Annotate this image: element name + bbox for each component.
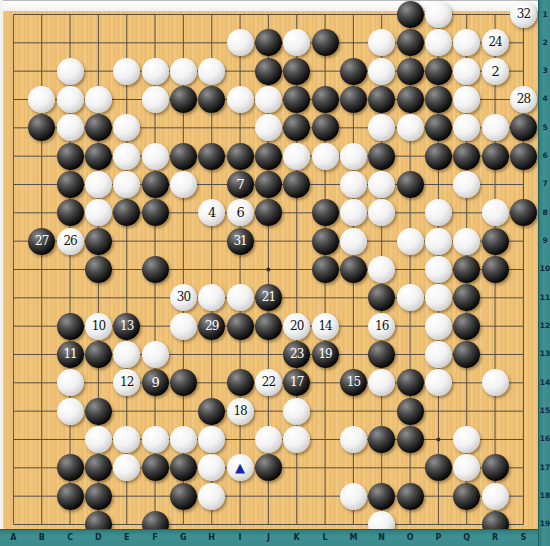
row-label-14: 14: [539, 378, 550, 388]
move-number-label: 15: [347, 369, 360, 396]
black-stone-G4: [170, 86, 197, 113]
white-stone-I8: 6: [227, 199, 254, 226]
white-stone-P10: [425, 256, 452, 283]
move-number-label: 32: [517, 1, 530, 28]
black-stone-K13: 23: [283, 341, 310, 368]
black-stone-L2: [312, 29, 339, 56]
black-stone-C18: [57, 483, 84, 510]
white-stone-I15: 18: [227, 398, 254, 425]
black-stone-J6: [255, 143, 282, 170]
white-stone-I4: [227, 86, 254, 113]
black-stone-F7: [142, 171, 169, 198]
black-stone-Q6: [453, 143, 480, 170]
black-stone-I9: 31: [227, 228, 254, 255]
black-stone-M4: [340, 86, 367, 113]
col-label-D: D: [91, 533, 105, 542]
white-stone-H18: [198, 483, 225, 510]
move-number-label: 6: [236, 199, 243, 226]
move-number-label: 28: [517, 86, 530, 113]
white-stone-F13: [142, 341, 169, 368]
white-stone-O9: [397, 228, 424, 255]
white-stone-Q16: [453, 426, 480, 453]
row-coordinate-strip: 12345678910111213141516171819: [538, 0, 550, 546]
star-point-P16: [436, 437, 440, 441]
row-label-15: 15: [539, 406, 550, 416]
black-stone-D18: [85, 483, 112, 510]
column-coordinate-strip: ABCDEFGHIJKLMNOPQRS: [0, 529, 550, 546]
black-stone-J12: [255, 313, 282, 340]
row-label-17: 17: [539, 463, 550, 473]
row-label-18: 18: [539, 491, 550, 501]
white-stone-I11: [227, 284, 254, 311]
white-stone-P1: [425, 1, 452, 28]
black-stone-I6: [227, 143, 254, 170]
row-label-9: 9: [539, 236, 550, 246]
black-stone-D6: [85, 143, 112, 170]
white-stone-R5: [482, 114, 509, 141]
white-stone-R14: [482, 369, 509, 396]
move-number-label: 11: [63, 341, 76, 368]
black-stone-O18: [397, 483, 424, 510]
black-stone-G6: [170, 143, 197, 170]
black-stone-C13: 11: [57, 341, 84, 368]
row-label-11: 11: [539, 293, 550, 303]
black-stone-Q10: [453, 256, 480, 283]
black-stone-S6: [510, 143, 537, 170]
col-label-Q: Q: [460, 533, 474, 542]
move-number-label: 29: [205, 313, 218, 340]
black-stone-O2: [397, 29, 424, 56]
black-stone-R17: [482, 454, 509, 481]
black-stone-G18: [170, 483, 197, 510]
white-stone-G12: [170, 313, 197, 340]
col-label-H: H: [205, 533, 219, 542]
row-label-19: 19: [539, 519, 550, 529]
white-stone-H3: [198, 58, 225, 85]
white-stone-Q7: [453, 171, 480, 198]
row-label-1: 1: [539, 10, 550, 20]
white-stone-M18: [340, 483, 367, 510]
col-label-O: O: [403, 533, 417, 542]
black-stone-O1: [397, 1, 424, 28]
black-stone-P6: [425, 143, 452, 170]
white-stone-N7: [368, 171, 395, 198]
white-stone-L12: 14: [312, 313, 339, 340]
row-label-5: 5: [539, 123, 550, 133]
white-stone-C5: [57, 114, 84, 141]
move-number-label: 10: [92, 313, 105, 340]
col-label-F: F: [148, 533, 162, 542]
white-stone-D12: 10: [85, 313, 112, 340]
black-stone-O4: [397, 86, 424, 113]
white-stone-C15: [57, 398, 84, 425]
black-stone-L8: [312, 199, 339, 226]
black-stone-P3: [425, 58, 452, 85]
white-stone-E7: [113, 171, 140, 198]
black-stone-E12: 13: [113, 313, 140, 340]
white-stone-S1: 32: [510, 1, 537, 28]
white-stone-R2: 24: [482, 29, 509, 56]
black-stone-R9: [482, 228, 509, 255]
black-stone-C12: [57, 313, 84, 340]
black-stone-O7: [397, 171, 424, 198]
white-stone-J4: [255, 86, 282, 113]
move-number-label: 4: [208, 199, 215, 226]
black-stone-L5: [312, 114, 339, 141]
col-label-B: B: [35, 533, 49, 542]
col-label-P: P: [431, 533, 445, 542]
black-stone-O16: [397, 426, 424, 453]
white-stone-C3: [57, 58, 84, 85]
black-stone-O14: [397, 369, 424, 396]
col-label-N: N: [375, 533, 389, 542]
black-stone-Q13: [453, 341, 480, 368]
row-label-12: 12: [539, 321, 550, 331]
black-stone-P17: [425, 454, 452, 481]
black-stone-O15: [397, 398, 424, 425]
black-stone-N6: [368, 143, 395, 170]
white-stone-R3: 2: [482, 58, 509, 85]
move-number-label: 19: [318, 341, 331, 368]
black-stone-K7: [283, 171, 310, 198]
white-stone-I17: ▲: [227, 454, 254, 481]
move-number-label: 7: [236, 171, 243, 198]
white-stone-G7: [170, 171, 197, 198]
white-stone-R18: [482, 483, 509, 510]
move-number-label: 24: [488, 29, 501, 56]
white-stone-C9: 26: [57, 228, 84, 255]
col-label-L: L: [318, 533, 332, 542]
white-stone-D7: [85, 171, 112, 198]
white-stone-I2: [227, 29, 254, 56]
white-stone-E13: [113, 341, 140, 368]
white-stone-N12: 16: [368, 313, 395, 340]
black-stone-L13: 19: [312, 341, 339, 368]
white-stone-D16: [85, 426, 112, 453]
white-stone-M9: [340, 228, 367, 255]
move-number-label: 21: [262, 284, 275, 311]
black-stone-D17: [85, 454, 112, 481]
black-stone-K3: [283, 58, 310, 85]
black-stone-N18: [368, 483, 395, 510]
white-stone-K16: [283, 426, 310, 453]
black-stone-C7: [57, 171, 84, 198]
black-stone-H6: [198, 143, 225, 170]
black-stone-Q18: [453, 483, 480, 510]
white-stone-N3: [368, 58, 395, 85]
move-number-label: 14: [318, 313, 331, 340]
white-stone-P13: [425, 341, 452, 368]
black-stone-H15: [198, 398, 225, 425]
move-number-label: 12: [120, 369, 133, 396]
white-stone-L6: [312, 143, 339, 170]
row-label-4: 4: [539, 94, 550, 104]
white-stone-F4: [142, 86, 169, 113]
white-stone-M7: [340, 171, 367, 198]
row-label-8: 8: [539, 208, 550, 218]
white-stone-Q4: [453, 86, 480, 113]
white-stone-G3: [170, 58, 197, 85]
black-stone-D13: [85, 341, 112, 368]
move-number-label: 2: [491, 58, 498, 85]
black-stone-F17: [142, 454, 169, 481]
row-label-2: 2: [539, 38, 550, 48]
white-stone-N10: [368, 256, 395, 283]
white-stone-F16: [142, 426, 169, 453]
black-stone-B9: 27: [28, 228, 55, 255]
white-stone-O5: [397, 114, 424, 141]
white-stone-O11: [397, 284, 424, 311]
col-label-J: J: [261, 533, 275, 542]
black-stone-J17: [255, 454, 282, 481]
row-label-10: 10: [539, 264, 550, 274]
black-stone-D9: [85, 228, 112, 255]
white-stone-P12: [425, 313, 452, 340]
white-stone-H16: [198, 426, 225, 453]
white-stone-C4: [57, 86, 84, 113]
black-stone-M3: [340, 58, 367, 85]
black-stone-I12: [227, 313, 254, 340]
white-stone-J16: [255, 426, 282, 453]
row-label-16: 16: [539, 434, 550, 444]
white-stone-Q9: [453, 228, 480, 255]
black-stone-L4: [312, 86, 339, 113]
row-label-13: 13: [539, 349, 550, 359]
white-stone-K6: [283, 143, 310, 170]
col-label-C: C: [63, 533, 77, 542]
black-stone-P4: [425, 86, 452, 113]
black-stone-D10: [85, 256, 112, 283]
white-stone-G16: [170, 426, 197, 453]
white-stone-S4: 28: [510, 86, 537, 113]
black-stone-G17: [170, 454, 197, 481]
col-label-G: G: [176, 533, 190, 542]
black-stone-K4: [283, 86, 310, 113]
move-number-label: 13: [120, 313, 133, 340]
move-number-label: 27: [35, 228, 48, 255]
black-stone-N13: [368, 341, 395, 368]
white-stone-B4: [28, 86, 55, 113]
black-stone-F8: [142, 199, 169, 226]
white-stone-F6: [142, 143, 169, 170]
black-stone-R10: [482, 256, 509, 283]
col-label-K: K: [290, 533, 304, 542]
black-stone-J3: [255, 58, 282, 85]
col-label-M: M: [346, 533, 360, 542]
black-stone-L10: [312, 256, 339, 283]
black-stone-I14: [227, 369, 254, 396]
white-stone-M16: [340, 426, 367, 453]
white-stone-P9: [425, 228, 452, 255]
move-number-label: 20: [290, 313, 303, 340]
triangle-marker-icon: ▲: [235, 454, 245, 481]
black-stone-Q12: [453, 313, 480, 340]
black-stone-M10: [340, 256, 367, 283]
black-stone-N4: [368, 86, 395, 113]
white-stone-E3: [113, 58, 140, 85]
black-stone-R6: [482, 143, 509, 170]
move-number-label: 26: [63, 228, 76, 255]
black-stone-F10: [142, 256, 169, 283]
white-stone-M6: [340, 143, 367, 170]
black-stone-O3: [397, 58, 424, 85]
black-stone-F14: 9: [142, 369, 169, 396]
col-label-A: A: [6, 533, 20, 542]
move-number-label: 18: [233, 398, 246, 425]
white-stone-D4: [85, 86, 112, 113]
white-stone-F3: [142, 58, 169, 85]
white-stone-C14: [57, 369, 84, 396]
row-label-7: 7: [539, 179, 550, 189]
black-stone-C8: [57, 199, 84, 226]
row-label-3: 3: [539, 66, 550, 76]
move-number-label: 17: [290, 369, 303, 396]
col-label-S: S: [516, 533, 530, 542]
black-stone-C17: [57, 454, 84, 481]
black-stone-H4: [198, 86, 225, 113]
black-stone-L9: [312, 228, 339, 255]
col-label-E: E: [120, 533, 134, 542]
move-number-label: 16: [375, 313, 388, 340]
black-stone-N16: [368, 426, 395, 453]
move-number-label: 30: [177, 284, 190, 311]
black-stone-J7: [255, 171, 282, 198]
move-number-label: 9: [151, 369, 158, 396]
black-stone-H12: 29: [198, 313, 225, 340]
row-label-6: 6: [539, 151, 550, 161]
go-game-screenshot: 12345678910111213141516171819 ABCDEFGHIJ…: [0, 0, 550, 546]
black-stone-D15: [85, 398, 112, 425]
move-number-label: 22: [262, 369, 275, 396]
black-stone-C6: [57, 143, 84, 170]
white-stone-E16: [113, 426, 140, 453]
white-stone-Q3: [453, 58, 480, 85]
col-label-R: R: [488, 533, 502, 542]
white-stone-E6: [113, 143, 140, 170]
move-number-label: 23: [290, 341, 303, 368]
col-label-I: I: [233, 533, 247, 542]
white-stone-K15: [283, 398, 310, 425]
move-number-label: 31: [233, 228, 246, 255]
black-stone-I7: 7: [227, 171, 254, 198]
star-point-J10: [266, 267, 270, 271]
white-stone-R8: [482, 199, 509, 226]
white-stone-K12: 20: [283, 313, 310, 340]
